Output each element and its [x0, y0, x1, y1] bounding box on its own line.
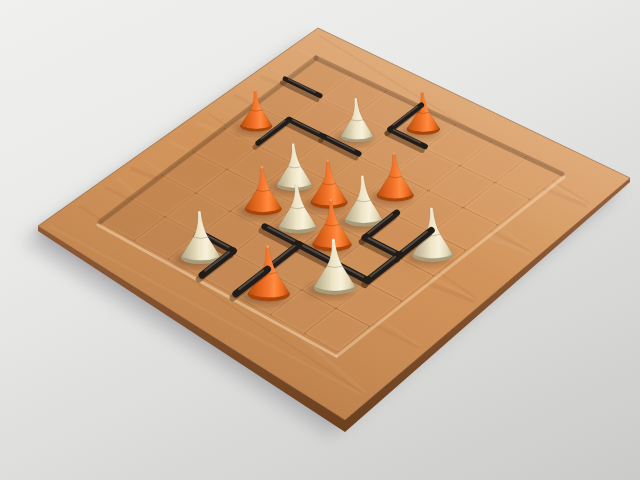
- pawn-tip-highlight: [261, 166, 264, 169]
- pawn-tip-highlight: [332, 238, 335, 241]
- pawn-tip-highlight: [198, 211, 201, 214]
- board-canvas: [0, 0, 640, 480]
- pawn-tip-highlight: [329, 199, 332, 202]
- pawn-tip-highlight: [295, 182, 298, 185]
- pawn-tip-highlight: [266, 245, 269, 248]
- pawn-tip-highlight: [361, 175, 364, 178]
- pawn-tip-highlight: [292, 143, 294, 145]
- pawn-tip-highlight: [355, 98, 357, 100]
- pawn-tip-highlight: [393, 152, 396, 155]
- fendo-board-photo: [0, 0, 640, 480]
- pawn-tip-highlight: [430, 208, 433, 211]
- pawn-tip-highlight: [254, 89, 256, 91]
- pawn-tip-highlight: [421, 91, 423, 93]
- pawn-tip-highlight: [327, 159, 330, 162]
